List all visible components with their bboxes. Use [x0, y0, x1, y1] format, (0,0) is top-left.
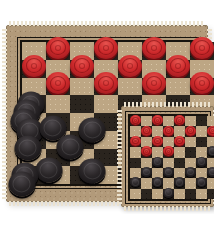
small-board-cell[interactable]	[130, 147, 141, 157]
black-checker[interactable]	[185, 167, 196, 177]
red-checker[interactable]	[163, 126, 174, 136]
big-board-cell[interactable]	[70, 95, 94, 113]
red-checker[interactable]	[118, 55, 142, 77]
small-board-cell[interactable]	[196, 147, 207, 157]
red-checker[interactable]	[94, 37, 118, 59]
fringe	[2, 28, 7, 199]
small-board-cell[interactable]	[207, 189, 214, 199]
red-checker[interactable]	[152, 136, 163, 146]
big-board-cell[interactable]	[142, 42, 166, 60]
red-checker[interactable]	[190, 37, 214, 59]
red-checker[interactable]	[207, 126, 214, 136]
big-board-cell[interactable]	[118, 78, 142, 96]
small-board-cell[interactable]	[141, 147, 152, 157]
small-board-cell[interactable]	[207, 147, 214, 157]
small-board-cell[interactable]	[207, 168, 214, 178]
big-board-cell[interactable]	[166, 78, 190, 96]
red-checker[interactable]	[174, 115, 185, 125]
red-checker[interactable]	[142, 37, 166, 59]
small-board-grid	[128, 114, 208, 201]
small-board-cell[interactable]	[141, 168, 152, 178]
red-checker[interactable]	[166, 55, 190, 77]
black-checker[interactable]	[196, 177, 207, 187]
small-board-cell[interactable]	[141, 126, 152, 136]
big-board-cell[interactable]	[94, 42, 118, 60]
black-checker[interactable]	[152, 157, 163, 167]
black-checker[interactable]	[196, 157, 207, 167]
small-board-cell[interactable]	[185, 178, 196, 188]
small-board-cell[interactable]	[163, 168, 174, 178]
small-board-cell[interactable]	[152, 137, 163, 147]
small-board-cell[interactable]	[130, 178, 141, 188]
big-board-cell[interactable]	[166, 60, 190, 78]
small-board-cell[interactable]	[174, 116, 185, 126]
black-checker[interactable]	[207, 146, 214, 156]
small-board-cell[interactable]	[163, 116, 174, 126]
big-board-cell[interactable]	[46, 95, 70, 113]
small-board-cell[interactable]	[163, 126, 174, 136]
red-checker[interactable]	[130, 136, 141, 146]
small-board-cell[interactable]	[174, 178, 185, 188]
fringe	[9, 21, 205, 26]
small-board-cell[interactable]	[152, 178, 163, 188]
small-board-cell[interactable]	[152, 158, 163, 168]
big-board-cell[interactable]	[70, 60, 94, 78]
red-checker[interactable]	[190, 72, 214, 94]
big-board-cell[interactable]	[118, 60, 142, 78]
red-checker[interactable]	[130, 115, 141, 125]
big-board-cell[interactable]	[190, 42, 214, 60]
small-board-cell[interactable]	[196, 189, 207, 199]
small-board-cell[interactable]	[130, 189, 141, 199]
small-board-cell[interactable]	[196, 178, 207, 188]
small-board-cell[interactable]	[130, 158, 141, 168]
small-board-cell[interactable]	[196, 126, 207, 136]
black-checker[interactable]	[141, 167, 152, 177]
small-board-cell[interactable]	[141, 189, 152, 199]
red-checker[interactable]	[152, 115, 163, 125]
red-checker[interactable]	[22, 55, 46, 77]
big-board-cell[interactable]	[190, 78, 214, 96]
black-checker[interactable]	[174, 177, 185, 187]
small-board-cell[interactable]	[130, 137, 141, 147]
small-board-cell[interactable]	[152, 147, 163, 157]
small-board-cell[interactable]	[163, 147, 174, 157]
black-checker[interactable]	[152, 177, 163, 187]
red-checker[interactable]	[142, 72, 166, 94]
red-checker[interactable]	[185, 126, 196, 136]
small-board-cell[interactable]	[185, 116, 196, 126]
small-board-cell[interactable]	[185, 126, 196, 136]
small-board-cell[interactable]	[207, 178, 214, 188]
small-board-cell[interactable]	[185, 147, 196, 157]
big-board-cell[interactable]	[70, 78, 94, 96]
big-board-cell[interactable]	[22, 60, 46, 78]
black-checker[interactable]	[35, 157, 62, 182]
red-checker[interactable]	[141, 146, 152, 156]
small-board-cell[interactable]	[185, 137, 196, 147]
red-checker[interactable]	[46, 37, 70, 59]
small-board-cell[interactable]	[196, 158, 207, 168]
black-checker[interactable]	[79, 118, 106, 143]
small-board-cell[interactable]	[174, 147, 185, 157]
small-board-cell[interactable]	[130, 116, 141, 126]
red-checker[interactable]	[163, 146, 174, 156]
small-checkers-rug	[121, 106, 214, 207]
small-board-cell[interactable]	[152, 116, 163, 126]
red-checker[interactable]	[70, 55, 94, 77]
small-board-cell[interactable]	[207, 126, 214, 136]
big-board-cell[interactable]	[94, 95, 118, 113]
black-checker[interactable]	[79, 158, 106, 183]
small-board-cell[interactable]	[196, 116, 207, 126]
small-board-cell[interactable]	[196, 137, 207, 147]
black-checker[interactable]	[57, 134, 84, 159]
black-checker[interactable]	[130, 177, 141, 187]
small-board-cell[interactable]	[174, 158, 185, 168]
fringe	[124, 206, 211, 211]
big-board-cell[interactable]	[94, 78, 118, 96]
big-board-cell[interactable]	[46, 78, 70, 96]
black-checker[interactable]	[14, 135, 41, 160]
black-checker[interactable]	[207, 167, 214, 177]
red-checker[interactable]	[94, 72, 118, 94]
red-checker[interactable]	[46, 72, 70, 94]
big-board-cell[interactable]	[142, 78, 166, 96]
small-board-cell[interactable]	[185, 189, 196, 199]
big-board-cell[interactable]	[46, 42, 70, 60]
small-board-cell[interactable]	[207, 116, 214, 126]
red-checker[interactable]	[174, 136, 185, 146]
black-checker[interactable]	[163, 167, 174, 177]
small-board-cell[interactable]	[174, 137, 185, 147]
red-checker[interactable]	[141, 126, 152, 136]
black-checker[interactable]	[163, 188, 174, 198]
small-board-cell[interactable]	[141, 178, 152, 188]
small-board-cell[interactable]	[163, 189, 174, 199]
small-board-cell[interactable]	[174, 189, 185, 199]
small-board-cell[interactable]	[152, 189, 163, 199]
small-board-cell[interactable]	[185, 168, 196, 178]
black-checker[interactable]	[8, 172, 35, 197]
small-board-cell[interactable]	[141, 116, 152, 126]
